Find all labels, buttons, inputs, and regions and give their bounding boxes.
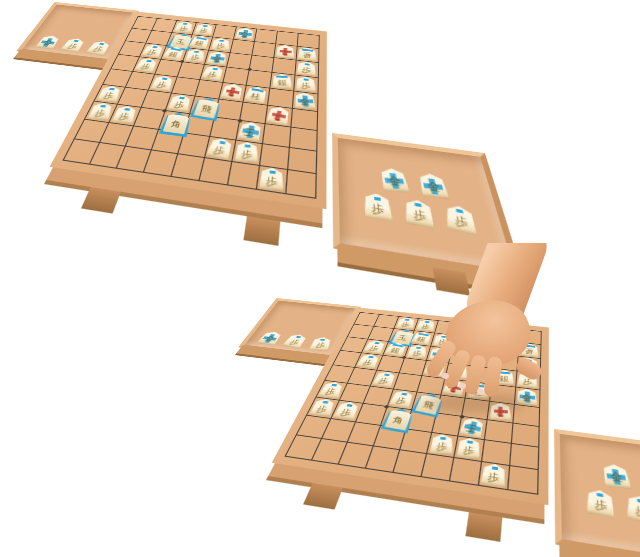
piece-kanji: 角 [392,416,405,426]
shogi-piece-pawn[interactable]: 歩 [363,339,387,354]
piece-kanji: と [281,49,290,56]
shogi-piece-gold[interactable]: 金 [235,27,255,40]
shogi-piece-pawn[interactable]: 歩 [430,434,454,455]
shogi-piece-promoted-pawn[interactable]: と [276,45,295,59]
piece-kanji: 歩 [463,445,475,455]
piece-kanji: 金 [42,40,54,46]
piece-kanji: 銀 [277,79,287,86]
piece-kanji: 歩 [401,322,410,328]
piece-kanji: 歩 [146,49,157,56]
shogi-piece-pawn[interactable]: 歩 [389,389,415,408]
shogi-piece-pawn[interactable]: 歩 [134,57,159,73]
piece-kanji: 歩 [140,63,152,70]
shogi-piece-pawn[interactable]: 歩 [174,21,193,33]
piece-kanji: 玉 [176,39,187,46]
board-foot [466,512,503,542]
piece-kanji: 金 [610,471,624,482]
piece-kanji: 王 [244,127,256,137]
piece-kanji: 歩 [436,442,447,452]
piece-kanji: 歩 [302,66,311,73]
shogi-piece-pawn[interactable]: 歩 [235,141,258,162]
piece-kanji: 銀 [168,51,179,58]
shogi-piece-bishop[interactable]: 角 [159,111,193,137]
piece-kanji: 歩 [118,112,131,121]
shogi-piece-pawn[interactable]: 歩 [206,136,234,160]
shogi-piece-bishop[interactable]: 角 [380,407,415,434]
shogi-piece-pawn[interactable]: 歩 [396,317,415,329]
shogi-piece-gold[interactable]: 金 [601,463,631,489]
shogi-piece-pawn[interactable]: 歩 [356,353,381,369]
piece-kanji: 飛 [200,105,212,114]
piece-kanji: 銀 [390,347,401,354]
shogi-piece-silver[interactable]: 銀 [272,73,292,89]
piece-kanji: 金 [240,31,249,37]
shogi-piece-pawn[interactable]: 歩 [480,462,506,487]
shogi-piece-pawn[interactable]: 歩 [318,381,345,399]
piece-kanji: 歩 [179,26,188,32]
shogi-piece-gold[interactable]: 金 [35,35,61,50]
shogi-piece-silver[interactable]: 銀 [188,35,211,50]
shogi-piece-pawn[interactable]: 歩 [309,398,336,417]
piece-kanji: 歩 [190,54,200,60]
piece-kanji: 歩 [395,396,407,405]
piece-kanji: 歩 [94,109,107,117]
piece-kanji: 歩 [593,498,606,511]
shogi-piece-pawn[interactable]: 歩 [626,492,640,524]
shogi-piece-pawn[interactable]: 歩 [111,105,138,124]
shogi-piece-pawn[interactable]: 歩 [296,76,316,93]
shogi-piece-gold[interactable]: 金 [207,51,228,66]
piece-kanji: 歩 [199,28,208,34]
shogi-piece-pawn[interactable]: 歩 [333,401,361,421]
piece-kanji: 歩 [301,82,311,90]
piece-kanji: 歩 [487,471,499,483]
shogi-piece-pawn[interactable]: 歩 [194,23,214,36]
piece-kanji: と [272,112,284,122]
shogi-piece-promoted-pawn[interactable]: と [266,105,291,126]
hand-shadow [426,393,526,413]
piece-kanji: 歩 [315,342,326,348]
fingernail [477,389,484,395]
shogi-piece-rook[interactable]: 飛 [190,96,223,121]
piece-kanji: 金 [300,98,310,106]
piece-kanji: 歩 [340,408,353,417]
piece-kanji: 桂 [250,92,262,101]
product-photo-canvas: 金歩歩 歩歩金玉銀歩と香歩銀歩金歩歩歩銀歩歩と桂金歩歩飛と歩歩角王歩歩歩 金金歩… [0,0,640,557]
board-foot [303,483,343,510]
piece-kanji: 王 [466,423,479,433]
piece-kanji: 歩 [378,377,390,385]
piece-kanji: と [226,88,238,96]
shogi-piece-pawn[interactable]: 歩 [372,370,397,388]
piece-kanji: 歩 [156,81,168,89]
shogi-piece-gold[interactable]: 金 [257,331,284,346]
piece-kanji: 金 [264,335,276,342]
piece-kanji: 歩 [362,359,374,366]
piece-kanji: 歩 [92,46,104,53]
shogi-piece-promoted-pawn[interactable]: と [220,83,244,101]
piece-kanji: 歩 [216,43,225,49]
child-arm [418,243,593,421]
piece-stand-right: 金金歩歩歩 [554,429,640,557]
piece-kanji: 玉 [398,335,409,342]
shogi-piece-pawn[interactable]: 歩 [96,85,122,102]
thumb [514,356,545,383]
shogi-piece-knight[interactable]: 桂 [244,85,268,104]
shogi-piece-pawn[interactable]: 歩 [150,75,175,92]
board-foot [81,187,121,214]
piece-kanji: 歩 [324,387,337,395]
piece-kanji: 歩 [207,70,218,78]
piece-kanji: 歩 [316,405,329,414]
piece-kanji: 歩 [241,149,252,159]
shogi-piece-pawn[interactable]: 歩 [282,333,309,349]
piece-kanji: 銀 [194,40,205,47]
piece-kanji: 金 [212,56,222,63]
shogi-piece-lance[interactable]: 香 [298,47,317,62]
shogi-piece-pawn[interactable]: 歩 [87,102,113,120]
fingernail [442,373,449,379]
shogi-piece-pawn[interactable]: 歩 [141,43,165,58]
piece-kanji: 歩 [212,145,225,156]
piece-kanji: 歩 [368,345,379,352]
fingernail [459,383,466,389]
piece-kanji: 香 [303,52,312,59]
shogi-piece-pawn[interactable]: 歩 [586,487,614,517]
piece-kanji: 歩 [66,43,78,50]
piece-kanji: 歩 [634,504,640,518]
shogi-piece-pawn[interactable]: 歩 [167,94,192,113]
piece-kanji: 歩 [103,91,115,99]
piece-kanji: 歩 [173,100,185,109]
shogi-piece-pawn[interactable]: 歩 [201,64,225,81]
shogi-piece-king[interactable]: 王 [237,121,263,143]
piece-kanji: 歩 [288,339,300,346]
shogi-piece-pawn[interactable]: 歩 [211,38,230,51]
shogi-piece-pawn[interactable]: 歩 [296,61,316,77]
shogi-piece-pawn[interactable]: 歩 [309,337,333,351]
shogi-piece-pawn[interactable]: 歩 [60,37,87,52]
piece-kanji: 角 [170,120,183,129]
shogi-piece-pawn[interactable]: 歩 [85,40,112,56]
shogi-piece-gold[interactable]: 金 [294,92,316,109]
shogi-piece-pawn[interactable]: 歩 [456,437,481,459]
